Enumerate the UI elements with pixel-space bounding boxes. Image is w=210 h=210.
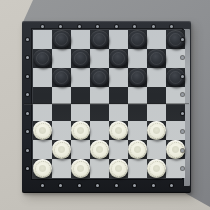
board-square[interactable]	[52, 159, 71, 178]
frame-stud	[59, 184, 62, 187]
frame-stud	[181, 75, 184, 78]
board-square[interactable]	[147, 30, 166, 49]
black-checker[interactable]: ⛂	[128, 30, 147, 49]
frame-stud	[170, 25, 173, 28]
board-square[interactable]	[90, 104, 109, 121]
board-square[interactable]	[147, 87, 166, 104]
board-square[interactable]	[90, 49, 109, 68]
board-square[interactable]	[71, 30, 90, 49]
board-square[interactable]: ⛂	[128, 68, 147, 87]
frame-stud	[152, 25, 155, 28]
frame-stud	[170, 184, 173, 187]
board-square[interactable]	[71, 87, 90, 104]
board-square[interactable]: ⛀	[109, 121, 128, 140]
board-square[interactable]: ⛂	[33, 49, 52, 68]
black-checker[interactable]: ⛂	[52, 30, 71, 49]
frame-stud	[26, 38, 29, 41]
board-square[interactable]	[109, 87, 128, 104]
frame-stud	[96, 184, 99, 187]
white-checker[interactable]: ⛀	[90, 140, 109, 159]
black-checker[interactable]: ⛂	[128, 68, 147, 87]
white-checker[interactable]: ⛀	[52, 140, 71, 159]
board-square[interactable]	[128, 121, 147, 140]
board-square[interactable]: ⛂	[109, 49, 128, 68]
black-checker[interactable]: ⛂	[71, 49, 90, 68]
frame-stud	[133, 25, 136, 28]
frame-stud	[181, 167, 184, 170]
board-square[interactable]	[128, 87, 147, 104]
white-checker[interactable]: ⛀	[71, 121, 90, 140]
board-square[interactable]: ⛀	[109, 159, 128, 178]
black-checker[interactable]: ⛂	[147, 49, 166, 68]
board-square[interactable]	[33, 68, 52, 87]
frame-stud	[181, 149, 184, 152]
frame-stud	[78, 25, 81, 28]
board-square[interactable]: ⛂	[147, 49, 166, 68]
board-square[interactable]: ⛀	[90, 140, 109, 159]
board-square[interactable]	[109, 68, 128, 87]
black-checker[interactable]: ⛂	[90, 68, 109, 87]
checkers-board: ⛂⛂⛂⛂⛂⛂⛂⛂⛂⛂⛂⛂⛀⛀⛀⛀⛀⛀⛀⛀⛀⛀⛀⛀	[22, 21, 191, 193]
board-square[interactable]	[52, 104, 71, 121]
black-checker[interactable]: ⛂	[90, 30, 109, 49]
board-square[interactable]	[109, 104, 128, 121]
board-square[interactable]	[128, 49, 147, 68]
board-square[interactable]	[90, 159, 109, 178]
board-square[interactable]: ⛂	[128, 30, 147, 49]
white-checker[interactable]: ⛀	[109, 121, 128, 140]
board-square[interactable]: ⛂	[52, 68, 71, 87]
black-checker[interactable]: ⛂	[33, 49, 52, 68]
board-square[interactable]: ⛀	[147, 121, 166, 140]
frame-stud	[26, 130, 29, 133]
frame-stud	[41, 25, 44, 28]
frame-stud	[26, 167, 29, 170]
frame-stud	[26, 93, 29, 96]
white-checker[interactable]: ⛀	[109, 159, 128, 178]
board-square[interactable]	[109, 140, 128, 159]
frame-stud	[41, 184, 44, 187]
frame-stud	[133, 184, 136, 187]
frame-stud	[181, 38, 184, 41]
black-checker[interactable]: ⛂	[52, 68, 71, 87]
board-square[interactable]	[90, 87, 109, 104]
board-square[interactable]: ⛀	[71, 159, 90, 178]
board-square[interactable]: ⛀	[52, 140, 71, 159]
frame-stud	[181, 93, 184, 96]
frame-stud	[59, 25, 62, 28]
board-square[interactable]	[128, 104, 147, 121]
board-square[interactable]	[147, 68, 166, 87]
frame-stud	[181, 56, 184, 59]
black-checker[interactable]: ⛂	[109, 49, 128, 68]
white-checker[interactable]: ⛀	[33, 159, 52, 178]
board-square[interactable]: ⛂	[90, 68, 109, 87]
white-checker[interactable]: ⛀	[71, 159, 90, 178]
board-fold-seam	[24, 103, 189, 105]
board-square[interactable]	[109, 30, 128, 49]
frame-stud	[181, 112, 184, 115]
board-square[interactable]	[33, 104, 52, 121]
frame-stud	[26, 56, 29, 59]
scene: ⛂⛂⛂⛂⛂⛂⛂⛂⛂⛂⛂⛂⛀⛀⛀⛀⛀⛀⛀⛀⛀⛀⛀⛀	[0, 0, 210, 210]
board-square[interactable]: ⛀	[128, 140, 147, 159]
board-square[interactable]	[33, 87, 52, 104]
board-square[interactable]	[71, 104, 90, 121]
board-square[interactable]: ⛀	[71, 121, 90, 140]
board-square[interactable]	[52, 49, 71, 68]
board-square[interactable]: ⛀	[33, 121, 52, 140]
frame-stud	[26, 149, 29, 152]
board-square[interactable]	[52, 87, 71, 104]
frame-stud	[181, 130, 184, 133]
board-square[interactable]	[33, 30, 52, 49]
frame-stud	[152, 184, 155, 187]
frame-stud	[96, 25, 99, 28]
board-square[interactable]	[147, 140, 166, 159]
board-square[interactable]	[71, 68, 90, 87]
frame-stud	[26, 75, 29, 78]
white-checker[interactable]: ⛀	[147, 159, 166, 178]
board-square[interactable]: ⛂	[90, 30, 109, 49]
board-square[interactable]	[147, 104, 166, 121]
frame-stud	[26, 112, 29, 115]
frame-stud	[78, 184, 81, 187]
frame-stud	[115, 25, 118, 28]
white-checker[interactable]: ⛀	[128, 140, 147, 159]
board-square[interactable]	[33, 140, 52, 159]
board-square[interactable]	[71, 140, 90, 159]
board-square[interactable]	[128, 159, 147, 178]
white-checker[interactable]: ⛀	[147, 121, 166, 140]
board-square[interactable]	[90, 121, 109, 140]
board-square[interactable]	[52, 121, 71, 140]
board-square[interactable]: ⛀	[147, 159, 166, 178]
white-checker[interactable]: ⛀	[33, 121, 52, 140]
board-square[interactable]: ⛂	[52, 30, 71, 49]
board-square[interactable]: ⛀	[33, 159, 52, 178]
frame-stud	[115, 184, 118, 187]
board-square[interactable]: ⛂	[71, 49, 90, 68]
